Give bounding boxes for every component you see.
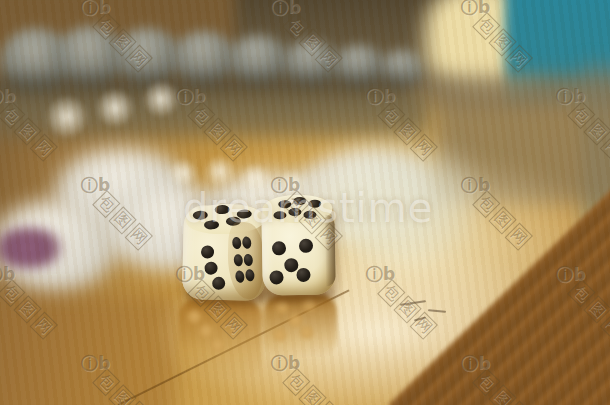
left-die-front-face-3 <box>182 205 267 301</box>
reflection-pip <box>199 324 213 338</box>
reflection-pip <box>187 309 201 323</box>
right-die <box>261 196 336 295</box>
pip <box>272 241 286 255</box>
reflection-pip <box>211 338 225 352</box>
pip <box>296 268 310 282</box>
reflection-pip <box>273 328 286 341</box>
pip <box>204 261 217 274</box>
photo-dice-on-backgammon-board: dreamstime ⓘb包图网ⓘb包图网ⓘb包图网ⓘb包图网ⓘb包图网ⓘb包图… <box>0 0 610 405</box>
pip <box>299 239 313 253</box>
pip <box>212 276 225 289</box>
right-die-edge-shade <box>324 214 335 286</box>
pip <box>284 258 298 272</box>
right-die-reflection <box>263 293 337 358</box>
pip <box>200 245 213 258</box>
pip <box>269 270 283 284</box>
reflection-pip <box>288 313 301 326</box>
left-die-reflection <box>177 298 262 379</box>
left-die <box>182 205 267 301</box>
reflection-pip <box>299 325 312 338</box>
